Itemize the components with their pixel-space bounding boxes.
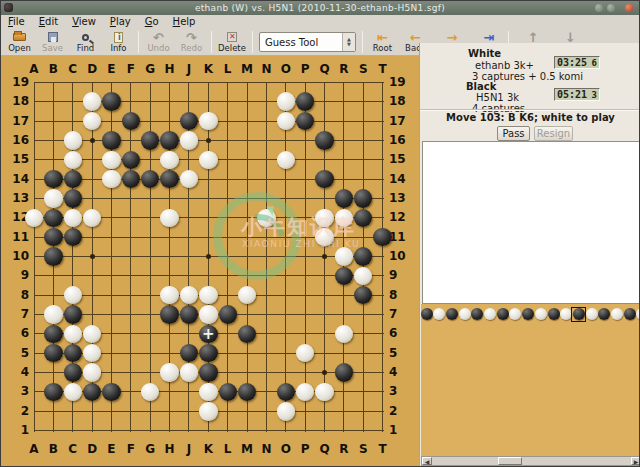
col-label-bottom-Q: Q <box>317 442 333 456</box>
stone-black-C4 <box>64 363 82 381</box>
col-label-top-C: C <box>65 62 81 76</box>
stone-black-M3 <box>238 383 256 401</box>
col-label-bottom-T: T <box>375 442 391 456</box>
stone-white-C3 <box>64 383 82 401</box>
grid-line <box>227 82 228 431</box>
root-button[interactable]: ⇤Root <box>366 29 399 55</box>
stone-black-B10 <box>44 247 62 265</box>
stone-white-D12 <box>83 209 101 227</box>
stone-black-S8 <box>354 286 372 304</box>
col-label-top-S: S <box>355 62 371 76</box>
stone-black-B14 <box>44 170 62 188</box>
stone-white-R12 <box>335 209 353 227</box>
move-strip-stone-9[interactable] <box>522 308 534 320</box>
row-label-left-17: 17 <box>5 114 29 128</box>
scroll-left-arrow[interactable]: ◀ <box>422 457 432 465</box>
stone-white-Q12 <box>315 209 333 227</box>
row-label-right-19: 19 <box>389 75 413 89</box>
row-label-right-18: 18 <box>389 94 413 108</box>
white-clock-periods: 6 <box>592 58 597 68</box>
move-strip-stone-11[interactable] <box>548 308 560 320</box>
row-label-left-9: 9 <box>5 268 29 282</box>
grid-line <box>34 82 35 431</box>
black-clock-periods: 3 <box>592 90 597 100</box>
stone-white-J4 <box>180 363 198 381</box>
resign-button: Resign <box>534 126 573 141</box>
guess-tool-value: Guess Tool <box>260 37 342 48</box>
move-strip-stone-6[interactable] <box>484 308 496 320</box>
scrollbar-track[interactable] <box>432 457 631 465</box>
stone-white-R6 <box>335 325 353 343</box>
comment-textarea[interactable] <box>422 141 640 304</box>
stone-black-P17 <box>296 112 314 130</box>
col-label-bottom-H: H <box>162 442 178 456</box>
row-label-right-8: 8 <box>389 288 413 302</box>
stone-white-Q11 <box>315 228 333 246</box>
next-icon: ↓ <box>565 32 576 43</box>
col-label-top-B: B <box>45 62 61 76</box>
stone-white-C16 <box>64 131 82 149</box>
row-label-left-19: 19 <box>5 75 29 89</box>
white-clock-time: 03:25 <box>557 57 587 68</box>
stone-black-H14 <box>160 170 178 188</box>
row-label-right-14: 14 <box>389 172 413 186</box>
previous-icon: ↑ <box>528 32 539 43</box>
col-label-top-F: F <box>123 62 139 76</box>
stone-black-R9 <box>335 267 353 285</box>
stone-black-C5 <box>64 344 82 362</box>
stone-black-F15 <box>122 151 140 169</box>
stone-black-O3 <box>277 383 295 401</box>
stone-black-J5 <box>180 344 198 362</box>
toolbar-separator <box>211 31 212 53</box>
stone-black-T11 <box>373 228 391 246</box>
stone-black-L7 <box>219 305 237 323</box>
redo-button: ↷Redo <box>175 29 208 55</box>
row-label-right-5: 5 <box>389 346 413 360</box>
move-strip-stone-3[interactable] <box>446 308 458 320</box>
col-label-bottom-D: D <box>84 442 100 456</box>
stone-black-G16 <box>141 131 159 149</box>
col-label-bottom-A: A <box>26 442 42 456</box>
stone-white-H8 <box>160 286 178 304</box>
toolbar-group: OpenSaveFindInfo <box>3 29 135 55</box>
window-title: ethanb (W) vs. H5N1 (2010-11-30-ethanb-H… <box>1 3 639 13</box>
toolbar-group: Guess Tool▲▼ <box>256 29 359 55</box>
star-point-D10 <box>90 254 95 259</box>
col-label-top-D: D <box>84 62 100 76</box>
row-label-right-16: 16 <box>389 133 413 147</box>
redo-icon: ↷ <box>186 32 197 43</box>
stone-white-K8 <box>199 286 217 304</box>
col-label-bottom-M: M <box>239 442 255 456</box>
delete-button[interactable]: Delete <box>215 29 249 55</box>
col-label-bottom-R: R <box>336 442 352 456</box>
col-label-bottom-N: N <box>258 442 274 456</box>
grid-line <box>34 198 384 199</box>
col-label-bottom-L: L <box>220 442 236 456</box>
stone-white-R10 <box>335 247 353 265</box>
black-player-label: Black <box>466 81 496 92</box>
stone-black-E16 <box>102 131 120 149</box>
col-label-bottom-O: O <box>278 442 294 456</box>
col-label-bottom-P: P <box>297 442 313 456</box>
stone-black-Q14 <box>315 170 333 188</box>
stone-black-C13 <box>64 189 82 207</box>
stone-black-E3 <box>102 383 120 401</box>
menu-bar: FileEditViewPlayGoHelp <box>1 15 639 29</box>
toolbar-button-label: Delete <box>218 43 246 53</box>
info-button[interactable]: Info <box>102 29 135 55</box>
stone-black-B3 <box>44 383 62 401</box>
stone-black-H16 <box>160 131 178 149</box>
row-label-right-7: 7 <box>389 307 413 321</box>
maximize-button[interactable] <box>607 4 615 12</box>
stone-white-D4 <box>83 363 101 381</box>
row-label-left-2: 2 <box>5 404 29 418</box>
stone-white-J16 <box>180 131 198 149</box>
col-label-top-M: M <box>239 62 255 76</box>
separator <box>420 109 640 111</box>
row-label-left-8: 8 <box>5 288 29 302</box>
stone-white-O2 <box>277 402 295 420</box>
stone-white-N12 <box>257 209 275 227</box>
stone-white-O15 <box>277 151 295 169</box>
stone-white-K15 <box>199 151 217 169</box>
stone-white-D18 <box>83 92 101 110</box>
move-strip-stone-8[interactable] <box>509 308 521 320</box>
stone-black-B5 <box>44 344 62 362</box>
toolbar-group: ↶Undo↷Redo <box>142 29 208 55</box>
title-bar: ethanb (W) vs. H5N1 (2010-11-30-ethanb-H… <box>1 1 639 15</box>
stone-black-S10 <box>354 247 372 265</box>
stone-white-C15 <box>64 151 82 169</box>
row-label-right-6: 6 <box>389 326 413 340</box>
stone-black-E18 <box>102 92 120 110</box>
stone-white-P5 <box>296 344 314 362</box>
toolbar-separator <box>138 31 139 53</box>
menu-help[interactable]: Help <box>166 15 203 29</box>
black-player-name: H5N1 3k <box>476 92 519 103</box>
row-label-left-4: 4 <box>5 365 29 379</box>
forward-icon: → <box>447 32 458 43</box>
stone-black-D3 <box>83 383 101 401</box>
root-icon: ⇤ <box>377 32 388 43</box>
delete-icon <box>227 32 237 43</box>
star-point-Q4 <box>322 370 327 375</box>
find-button[interactable]: Find <box>69 29 102 55</box>
col-label-bottom-E: E <box>103 442 119 456</box>
scrollbar-thumb[interactable] <box>498 457 522 465</box>
back-icon: ← <box>410 32 421 43</box>
stone-black-F14 <box>122 170 140 188</box>
move-status: Move 103: B K6; white to play <box>420 112 640 123</box>
toolbar-button-label: Info <box>110 43 126 53</box>
stone-black-F17 <box>122 112 140 130</box>
col-label-top-L: L <box>220 62 236 76</box>
move-strip-stone-7[interactable] <box>497 308 509 320</box>
stone-white-C8 <box>64 286 82 304</box>
star-point-D16 <box>90 138 95 143</box>
menu-edit[interactable]: Edit <box>32 15 65 29</box>
row-label-left-13: 13 <box>5 191 29 205</box>
col-label-bottom-K: K <box>200 442 216 456</box>
stone-white-O18 <box>277 92 295 110</box>
black-clock-time: 05:21 <box>557 89 587 100</box>
stone-white-M8 <box>238 286 256 304</box>
grid-line <box>130 82 131 431</box>
col-label-top-O: O <box>278 62 294 76</box>
stone-black-C11 <box>64 228 82 246</box>
star-point-K16 <box>206 138 211 143</box>
undo-icon: ↶ <box>153 32 164 43</box>
row-label-right-3: 3 <box>389 384 413 398</box>
move-strip-stone-1[interactable] <box>421 308 433 320</box>
stone-black-P18 <box>296 92 314 110</box>
move-strip-stone-18[interactable] <box>636 308 640 320</box>
stone-black-M6 <box>238 325 256 343</box>
stone-white-B7 <box>44 305 62 323</box>
game-tree-panel: ◀ ▶ <box>421 304 640 466</box>
stone-white-D5 <box>83 344 101 362</box>
col-label-top-J: J <box>181 62 197 76</box>
row-label-right-1: 1 <box>389 423 413 437</box>
stone-white-C6 <box>64 325 82 343</box>
move-strip-stone-12[interactable] <box>560 308 572 320</box>
col-label-top-E: E <box>103 62 119 76</box>
row-label-left-16: 16 <box>5 133 29 147</box>
stone-black-S13 <box>354 189 372 207</box>
grid-line <box>34 275 384 276</box>
black-clock: 05:21 3 <box>554 88 600 101</box>
stone-white-H12 <box>160 209 178 227</box>
move-strip-stone-14[interactable] <box>586 308 598 320</box>
col-label-bottom-J: J <box>181 442 197 456</box>
menu-view[interactable]: View <box>65 15 103 29</box>
info-icon <box>114 32 123 43</box>
stone-black-R13 <box>335 189 353 207</box>
row-label-right-17: 17 <box>389 114 413 128</box>
toolbar-separator <box>252 31 253 53</box>
save-icon <box>48 32 58 43</box>
stone-black-C14 <box>64 170 82 188</box>
toolbar-button-label: Redo <box>181 43 202 53</box>
grid-line <box>34 430 384 431</box>
grid-line <box>266 82 267 431</box>
scroll-right-arrow[interactable]: ▶ <box>631 457 640 465</box>
row-label-right-4: 4 <box>389 365 413 379</box>
combo-spinner-icon[interactable]: ▲▼ <box>342 33 355 51</box>
star-point-Q10 <box>322 254 327 259</box>
move-strip-stone-16[interactable] <box>611 308 623 320</box>
stone-black-B6 <box>44 325 62 343</box>
last-move-marker: + <box>199 325 217 343</box>
row-label-left-15: 15 <box>5 152 29 166</box>
star-point-K10 <box>206 254 211 259</box>
minimize-button[interactable] <box>595 4 603 12</box>
move-strip-stone-4[interactable] <box>459 308 471 320</box>
stone-white-O17 <box>277 112 295 130</box>
stone-black-B11 <box>44 228 62 246</box>
stone-white-G3 <box>141 383 159 401</box>
stone-black-G14 <box>141 170 159 188</box>
open-folder-icon <box>13 32 26 43</box>
toolbar-button-label: Root <box>373 43 392 53</box>
menu-play[interactable]: Play <box>103 15 138 29</box>
stone-black-H7 <box>160 305 178 323</box>
go-board[interactable]: AABBCCDDEEFFGGHHJJKKLLMMNNOOPPQQRRSSTT19… <box>1 56 419 467</box>
move-strip-stone-10[interactable] <box>535 308 547 320</box>
row-label-right-13: 13 <box>389 191 413 205</box>
white-player-name: ethanb 3k+ <box>475 60 534 71</box>
game-tree-scrollbar[interactable]: ◀ ▶ <box>421 456 640 466</box>
stone-white-Q3 <box>315 383 333 401</box>
menu-go[interactable]: Go <box>138 15 166 29</box>
col-label-top-R: R <box>336 62 352 76</box>
stone-white-K2 <box>199 402 217 420</box>
stone-black-J7 <box>180 305 198 323</box>
stone-white-P3 <box>296 383 314 401</box>
row-label-right-15: 15 <box>389 152 413 166</box>
row-label-left-7: 7 <box>5 307 29 321</box>
stone-white-E14 <box>102 170 120 188</box>
grid-line <box>247 82 248 431</box>
toolbar-button-label: Open <box>8 43 31 53</box>
stone-white-K17 <box>199 112 217 130</box>
col-label-top-K: K <box>200 62 216 76</box>
row-label-left-18: 18 <box>5 94 29 108</box>
stone-white-C12 <box>64 209 82 227</box>
row-label-left-3: 3 <box>5 384 29 398</box>
move-strip-stone-17[interactable] <box>624 308 636 320</box>
col-label-top-G: G <box>142 62 158 76</box>
toolbar-separator <box>362 31 363 53</box>
find-icon <box>82 32 89 43</box>
stone-black-J17 <box>180 112 198 130</box>
row-label-left-5: 5 <box>5 346 29 360</box>
col-label-top-Q: Q <box>317 62 333 76</box>
stone-black-R4 <box>335 363 353 381</box>
current-move-marker <box>571 307 586 322</box>
row-label-left-1: 1 <box>5 423 29 437</box>
application-window: ethanb (W) vs. H5N1 (2010-11-30-ethanb-H… <box>0 0 640 467</box>
guess-tool-combobox[interactable]: Guess Tool▲▼ <box>259 32 356 52</box>
stone-black-Q16 <box>315 131 333 149</box>
stone-white-J8 <box>180 286 198 304</box>
open-button[interactable]: Open <box>3 29 36 55</box>
move-strip-stone-2[interactable] <box>433 308 445 320</box>
right-panel: White 03:25 6 ethanb 3k+ 3 captures + 0.… <box>419 43 640 467</box>
col-label-bottom-C: C <box>65 442 81 456</box>
row-label-left-10: 10 <box>5 249 29 263</box>
grid-line <box>34 82 384 83</box>
stone-white-K3 <box>199 383 217 401</box>
white-clock: 03:25 6 <box>554 56 600 69</box>
stone-white-J14 <box>180 170 198 188</box>
row-label-right-2: 2 <box>389 404 413 418</box>
stone-white-E15 <box>102 151 120 169</box>
stone-black-K4 <box>199 363 217 381</box>
toolbar-group: Delete <box>215 29 249 55</box>
stone-white-H15 <box>160 151 178 169</box>
white-player-label: White <box>468 48 501 59</box>
toolbar-button-label: Save <box>42 43 63 53</box>
stone-black-L3 <box>219 383 237 401</box>
col-label-top-P: P <box>297 62 313 76</box>
grid-line <box>285 82 286 431</box>
move-strip-stone-15[interactable] <box>598 308 610 320</box>
stone-white-D17 <box>83 112 101 130</box>
pass-button[interactable]: Pass <box>497 126 530 141</box>
close-button[interactable] <box>625 4 633 12</box>
row-label-left-14: 14 <box>5 172 29 186</box>
stone-white-B13 <box>44 189 62 207</box>
col-label-top-H: H <box>162 62 178 76</box>
row-label-right-11: 11 <box>389 230 413 244</box>
toolbar-button-label: Undo <box>147 43 169 53</box>
window-icon <box>4 3 13 12</box>
stone-white-A12 <box>25 209 43 227</box>
menu-file[interactable]: File <box>1 15 32 29</box>
row-label-right-10: 10 <box>389 249 413 263</box>
row-label-left-11: 11 <box>5 230 29 244</box>
col-label-bottom-S: S <box>355 442 371 456</box>
stone-white-K7 <box>199 305 217 323</box>
end-icon: ⇥ <box>483 32 494 43</box>
row-label-right-12: 12 <box>389 210 413 224</box>
move-strip-stone-5[interactable] <box>471 308 483 320</box>
col-label-top-N: N <box>258 62 274 76</box>
save-button: Save <box>36 29 69 55</box>
row-label-right-9: 9 <box>389 268 413 282</box>
stone-black-B12 <box>44 209 62 227</box>
col-label-bottom-B: B <box>45 442 61 456</box>
grid-line <box>382 82 383 431</box>
stone-black-C7 <box>64 305 82 323</box>
undo-button: ↶Undo <box>142 29 175 55</box>
stone-black-K5 <box>199 344 217 362</box>
col-label-bottom-F: F <box>123 442 139 456</box>
grid-line <box>305 82 306 431</box>
col-label-bottom-G: G <box>142 442 158 456</box>
stone-white-H4 <box>160 363 178 381</box>
stone-black-S12 <box>354 209 372 227</box>
row-label-left-6: 6 <box>5 326 29 340</box>
stone-white-S9 <box>354 267 372 285</box>
stone-white-D6 <box>83 325 101 343</box>
